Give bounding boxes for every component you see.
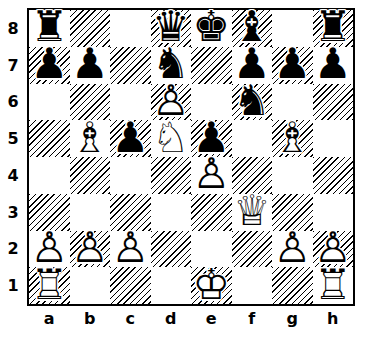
rank-label-2: 2: [0, 231, 26, 268]
square-f2[interactable]: [232, 231, 273, 268]
square-e8[interactable]: ♚♚: [191, 10, 232, 47]
square-h5[interactable]: [313, 120, 354, 157]
file-labels: abcdefgh: [29, 305, 353, 332]
square-g5[interactable]: ♝♗: [272, 120, 313, 157]
square-a1[interactable]: ♜♖: [29, 267, 70, 304]
square-b5[interactable]: ♝♗: [70, 120, 111, 157]
file-label-d: d: [151, 305, 192, 332]
file-label-g: g: [272, 305, 313, 332]
rank-label-6: 6: [0, 84, 26, 121]
white-bishop-g5: ♝♗: [272, 120, 313, 157]
square-b4[interactable]: [70, 157, 111, 194]
square-h6[interactable]: [313, 84, 354, 121]
white-queen-f3: ♛♕: [232, 194, 273, 231]
square-a5[interactable]: [29, 120, 70, 157]
rank-label-5: 5: [0, 120, 26, 157]
chess-board: ♜♜♛♛♚♚♝♝♜♜♟♟♟♟♞♞♟♟♟♟♟♟♟♙♞♞♝♗♟♟♞♘♟♟♝♗♟♙♛♕…: [27, 8, 355, 306]
square-e3[interactable]: [191, 194, 232, 231]
square-d1[interactable]: [151, 267, 192, 304]
square-h1[interactable]: ♜♖: [313, 267, 354, 304]
square-d2[interactable]: [151, 231, 192, 268]
rank-label-1: 1: [0, 267, 26, 304]
square-a6[interactable]: [29, 84, 70, 121]
white-knight-d5: ♞♘: [151, 120, 192, 157]
square-f5[interactable]: [232, 120, 273, 157]
rank-label-3: 3: [0, 194, 26, 231]
square-c1[interactable]: [110, 267, 151, 304]
square-b7[interactable]: ♟♟: [70, 47, 111, 84]
square-f3[interactable]: ♛♕: [232, 194, 273, 231]
square-c8[interactable]: [110, 10, 151, 47]
white-pawn-c2: ♟♙: [110, 231, 151, 268]
square-c4[interactable]: [110, 157, 151, 194]
square-c7[interactable]: [110, 47, 151, 84]
white-rook-h1: ♜♖: [313, 267, 354, 304]
white-pawn-e4: ♟♙: [191, 157, 232, 194]
black-pawn-b7: ♟♟: [70, 47, 111, 84]
square-b2[interactable]: ♟♙: [70, 231, 111, 268]
file-label-f: f: [232, 305, 273, 332]
square-d3[interactable]: [151, 194, 192, 231]
black-knight-f6: ♞♞: [232, 84, 273, 121]
square-f6[interactable]: ♞♞: [232, 84, 273, 121]
rank-label-7: 7: [0, 47, 26, 84]
file-label-a: a: [29, 305, 70, 332]
square-a4[interactable]: [29, 157, 70, 194]
square-e1[interactable]: ♚♔: [191, 267, 232, 304]
square-e7[interactable]: [191, 47, 232, 84]
square-b1[interactable]: [70, 267, 111, 304]
square-f1[interactable]: [232, 267, 273, 304]
black-pawn-c5: ♟♟: [110, 120, 151, 157]
square-g7[interactable]: ♟♟: [272, 47, 313, 84]
file-label-h: h: [313, 305, 354, 332]
square-h4[interactable]: [313, 157, 354, 194]
square-d4[interactable]: [151, 157, 192, 194]
black-king-e8: ♚♚: [191, 10, 232, 47]
black-pawn-a7: ♟♟: [29, 47, 70, 84]
white-bishop-b5: ♝♗: [70, 120, 111, 157]
file-label-b: b: [70, 305, 111, 332]
file-label-c: c: [110, 305, 151, 332]
square-c2[interactable]: ♟♙: [110, 231, 151, 268]
chess-diagram: 87654321 ♜♜♛♛♚♚♝♝♜♜♟♟♟♟♞♞♟♟♟♟♟♟♟♙♞♞♝♗♟♟♞…: [0, 0, 376, 339]
black-pawn-g7: ♟♟: [272, 47, 313, 84]
white-pawn-b2: ♟♙: [70, 231, 111, 268]
square-e4[interactable]: ♟♙: [191, 157, 232, 194]
white-king-e1: ♚♔: [191, 267, 232, 304]
rank-label-4: 4: [0, 157, 26, 194]
square-d5[interactable]: ♞♘: [151, 120, 192, 157]
square-g2[interactable]: ♟♙: [272, 231, 313, 268]
white-rook-a1: ♜♖: [29, 267, 70, 304]
square-c5[interactable]: ♟♟: [110, 120, 151, 157]
file-label-e: e: [191, 305, 232, 332]
black-pawn-h7: ♟♟: [313, 47, 354, 84]
square-a7[interactable]: ♟♟: [29, 47, 70, 84]
rank-labels: 87654321: [0, 10, 26, 304]
rank-label-8: 8: [0, 10, 26, 47]
square-g4[interactable]: [272, 157, 313, 194]
square-h7[interactable]: ♟♟: [313, 47, 354, 84]
square-g1[interactable]: [272, 267, 313, 304]
white-pawn-g2: ♟♙: [272, 231, 313, 268]
